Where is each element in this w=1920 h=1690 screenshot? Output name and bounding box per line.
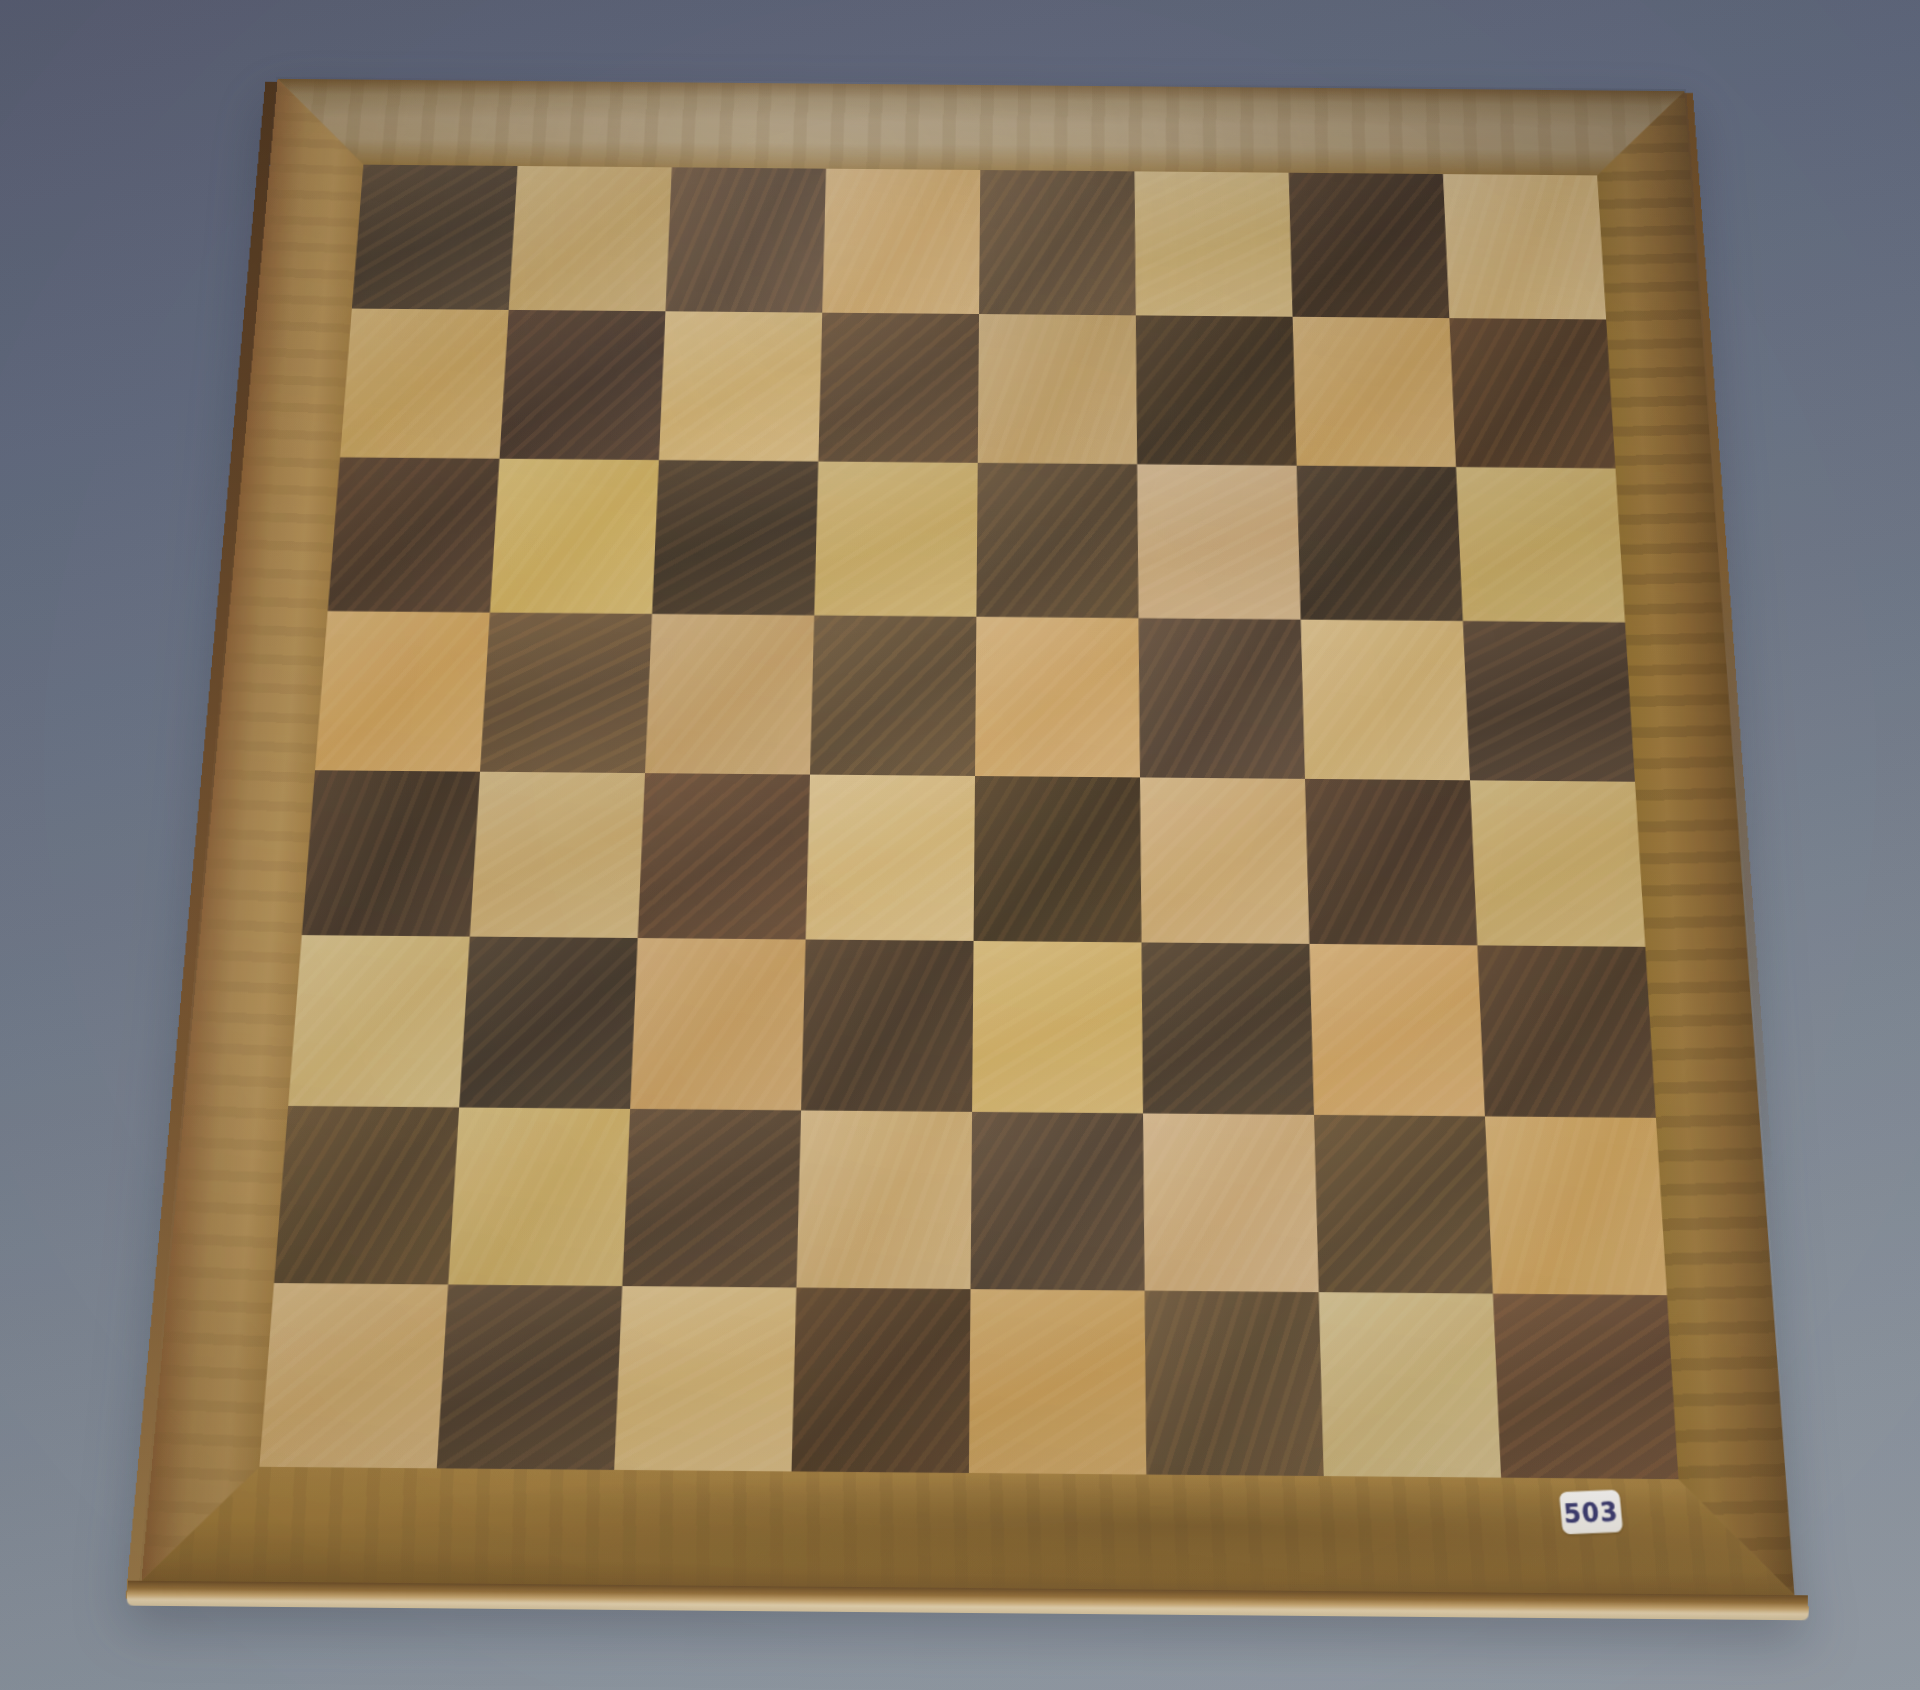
chessboard: 503 bbox=[141, 79, 1794, 1595]
board-square bbox=[979, 170, 1136, 315]
board-square bbox=[1297, 466, 1463, 621]
board-square bbox=[622, 1109, 801, 1288]
board-square bbox=[340, 309, 509, 459]
board-square bbox=[288, 935, 470, 1107]
board-square bbox=[645, 614, 814, 775]
board-square bbox=[1139, 618, 1305, 779]
board-square bbox=[801, 939, 973, 1111]
board-square bbox=[1137, 464, 1301, 619]
board-square bbox=[1289, 173, 1450, 318]
lot-number-text: 503 bbox=[1562, 1496, 1620, 1528]
board-square bbox=[1449, 318, 1615, 468]
board-square bbox=[614, 1286, 796, 1471]
board-square bbox=[1140, 777, 1309, 943]
photo-background: 503 bbox=[0, 0, 1920, 1690]
board-square bbox=[1309, 944, 1485, 1116]
board-square bbox=[1141, 942, 1314, 1114]
board-square bbox=[509, 166, 672, 311]
board-square bbox=[665, 167, 826, 312]
board-square bbox=[352, 165, 518, 310]
board-square bbox=[1143, 1113, 1319, 1292]
board-square bbox=[1301, 620, 1470, 781]
board-square bbox=[976, 463, 1138, 618]
board-square bbox=[822, 169, 980, 314]
board-square bbox=[818, 313, 979, 463]
board-square bbox=[814, 461, 978, 616]
board-square bbox=[1443, 174, 1606, 319]
board-square bbox=[274, 1106, 459, 1285]
board-square bbox=[652, 460, 818, 615]
board-square bbox=[806, 775, 975, 941]
board-square bbox=[975, 617, 1140, 778]
board-square bbox=[1463, 621, 1635, 782]
chessboard-perspective-wrapper: 503 bbox=[208, 9, 1741, 1542]
board-square bbox=[1305, 779, 1477, 945]
board-square bbox=[638, 773, 810, 939]
board-square bbox=[470, 772, 645, 938]
board-square bbox=[1493, 1294, 1679, 1480]
board-square bbox=[972, 941, 1143, 1113]
board-square bbox=[1319, 1292, 1501, 1477]
board-square bbox=[1293, 317, 1456, 467]
board-square bbox=[1135, 171, 1293, 316]
board-square bbox=[1470, 780, 1645, 946]
board-square bbox=[630, 938, 805, 1110]
board-squares bbox=[259, 165, 1678, 1480]
board-square bbox=[1456, 467, 1625, 622]
board-square bbox=[459, 937, 638, 1109]
board-square bbox=[796, 1110, 972, 1289]
board-square bbox=[969, 1289, 1146, 1474]
board-square bbox=[1477, 945, 1656, 1117]
board-frame-top bbox=[270, 79, 1691, 176]
board-square bbox=[315, 611, 490, 772]
board-square bbox=[437, 1285, 623, 1470]
board-square bbox=[978, 314, 1137, 464]
board-square bbox=[448, 1107, 630, 1286]
board-square bbox=[792, 1288, 971, 1473]
lot-number-sticker: 503 bbox=[1559, 1490, 1623, 1535]
board-square bbox=[974, 776, 1142, 942]
board-square bbox=[1314, 1115, 1493, 1294]
board-square bbox=[1136, 315, 1297, 465]
board-square bbox=[810, 615, 976, 776]
board-square bbox=[480, 612, 652, 773]
board-square bbox=[490, 459, 659, 614]
board-square bbox=[328, 457, 500, 612]
board-square bbox=[1485, 1116, 1667, 1295]
board-square bbox=[1145, 1291, 1324, 1476]
board-square bbox=[259, 1283, 448, 1468]
board-square bbox=[659, 311, 822, 461]
board-square bbox=[302, 770, 480, 936]
board-frame-bottom bbox=[141, 1466, 1794, 1595]
board-square bbox=[499, 310, 665, 460]
board-square bbox=[971, 1112, 1145, 1291]
